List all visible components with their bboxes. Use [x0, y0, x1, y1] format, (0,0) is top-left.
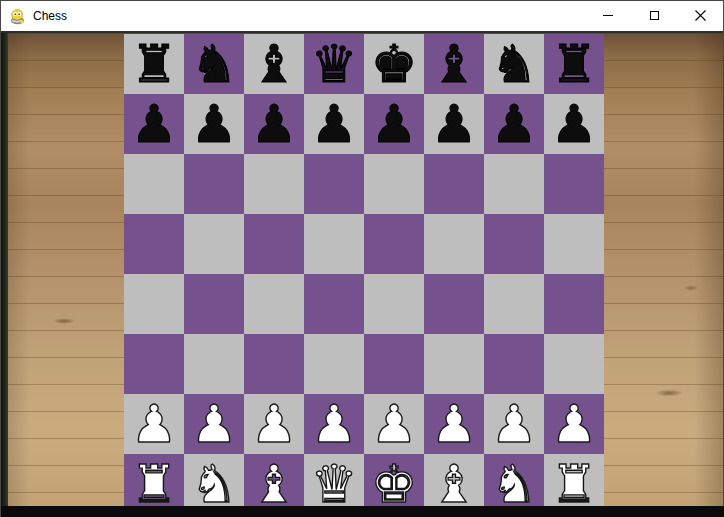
chess-app-window: Chess ♜♞♝♛♚♝♞♜♟♟♟♟♟♟♟♟♟♟♟♟♟♟♟♟♜♞♝♛♚♝♞♜: [0, 0, 724, 517]
square-h3[interactable]: [544, 334, 604, 394]
square-f7[interactable]: ♟: [424, 94, 484, 154]
square-d1[interactable]: ♛: [304, 454, 364, 514]
square-b1[interactable]: ♞: [184, 454, 244, 514]
square-a5[interactable]: [124, 214, 184, 274]
square-f4[interactable]: [424, 274, 484, 334]
square-h1[interactable]: ♜: [544, 454, 604, 514]
square-g1[interactable]: ♞: [484, 454, 544, 514]
black-bishop: ♝: [431, 34, 478, 94]
left-edge-shadow: [1, 33, 8, 506]
white-knight: ♞: [491, 454, 538, 514]
square-d8[interactable]: ♛: [304, 34, 364, 94]
square-f2[interactable]: ♟: [424, 394, 484, 454]
white-pawn: ♟: [311, 394, 358, 454]
square-g4[interactable]: [484, 274, 544, 334]
square-h7[interactable]: ♟: [544, 94, 604, 154]
square-f5[interactable]: [424, 214, 484, 274]
square-c1[interactable]: ♝: [244, 454, 304, 514]
square-e3[interactable]: [364, 334, 424, 394]
square-c8[interactable]: ♝: [244, 34, 304, 94]
black-pawn: ♟: [191, 94, 238, 154]
square-b2[interactable]: ♟: [184, 394, 244, 454]
square-g7[interactable]: ♟: [484, 94, 544, 154]
chess-board: ♜♞♝♛♚♝♞♜♟♟♟♟♟♟♟♟♟♟♟♟♟♟♟♟♜♞♝♛♚♝♞♜: [124, 34, 604, 514]
title-bar: Chess: [1, 1, 723, 31]
close-button[interactable]: [677, 1, 723, 30]
square-c5[interactable]: [244, 214, 304, 274]
square-h8[interactable]: ♜: [544, 34, 604, 94]
square-a6[interactable]: [124, 154, 184, 214]
white-pawn: ♟: [371, 394, 418, 454]
pygame-icon: [9, 8, 26, 25]
square-g5[interactable]: [484, 214, 544, 274]
square-c2[interactable]: ♟: [244, 394, 304, 454]
white-pawn: ♟: [251, 394, 298, 454]
square-e8[interactable]: ♚: [364, 34, 424, 94]
square-a2[interactable]: ♟: [124, 394, 184, 454]
square-h6[interactable]: [544, 154, 604, 214]
black-bishop: ♝: [251, 34, 298, 94]
black-rook: ♜: [131, 34, 178, 94]
black-pawn: ♟: [251, 94, 298, 154]
window-title: Chess: [33, 9, 585, 23]
square-e5[interactable]: [364, 214, 424, 274]
square-b4[interactable]: [184, 274, 244, 334]
maximize-icon: [650, 11, 659, 20]
maximize-button[interactable]: [631, 1, 677, 30]
square-b5[interactable]: [184, 214, 244, 274]
black-knight: ♞: [191, 34, 238, 94]
white-bishop: ♝: [251, 454, 298, 514]
white-rook: ♜: [131, 454, 178, 514]
square-f6[interactable]: [424, 154, 484, 214]
black-pawn: ♟: [491, 94, 538, 154]
square-b6[interactable]: [184, 154, 244, 214]
white-pawn: ♟: [491, 394, 538, 454]
white-pawn: ♟: [551, 394, 598, 454]
square-b3[interactable]: [184, 334, 244, 394]
black-pawn: ♟: [431, 94, 478, 154]
square-f3[interactable]: [424, 334, 484, 394]
white-pawn: ♟: [431, 394, 478, 454]
square-e6[interactable]: [364, 154, 424, 214]
square-a4[interactable]: [124, 274, 184, 334]
white-king: ♚: [371, 454, 418, 514]
square-c7[interactable]: ♟: [244, 94, 304, 154]
square-d2[interactable]: ♟: [304, 394, 364, 454]
square-e7[interactable]: ♟: [364, 94, 424, 154]
square-h4[interactable]: [544, 274, 604, 334]
white-pawn: ♟: [131, 394, 178, 454]
square-d7[interactable]: ♟: [304, 94, 364, 154]
close-icon: [695, 10, 706, 21]
square-h5[interactable]: [544, 214, 604, 274]
square-f1[interactable]: ♝: [424, 454, 484, 514]
minimize-icon: [603, 15, 613, 16]
square-d5[interactable]: [304, 214, 364, 274]
black-pawn: ♟: [131, 94, 178, 154]
black-queen: ♛: [311, 34, 358, 94]
square-a1[interactable]: ♜: [124, 454, 184, 514]
black-pawn: ♟: [311, 94, 358, 154]
square-g2[interactable]: ♟: [484, 394, 544, 454]
square-d6[interactable]: [304, 154, 364, 214]
square-f8[interactable]: ♝: [424, 34, 484, 94]
white-bishop: ♝: [431, 454, 478, 514]
square-h2[interactable]: ♟: [544, 394, 604, 454]
square-g6[interactable]: [484, 154, 544, 214]
black-knight: ♞: [491, 34, 538, 94]
white-pawn: ♟: [191, 394, 238, 454]
minimize-button[interactable]: [585, 1, 631, 30]
square-d3[interactable]: [304, 334, 364, 394]
square-b8[interactable]: ♞: [184, 34, 244, 94]
square-g8[interactable]: ♞: [484, 34, 544, 94]
square-e4[interactable]: [364, 274, 424, 334]
black-king: ♚: [371, 34, 418, 94]
square-e2[interactable]: ♟: [364, 394, 424, 454]
window-controls: [585, 1, 723, 31]
square-d4[interactable]: [304, 274, 364, 334]
square-c6[interactable]: [244, 154, 304, 214]
square-a8[interactable]: ♜: [124, 34, 184, 94]
square-a7[interactable]: ♟: [124, 94, 184, 154]
square-c3[interactable]: [244, 334, 304, 394]
white-knight: ♞: [191, 454, 238, 514]
square-c4[interactable]: [244, 274, 304, 334]
square-a3[interactable]: [124, 334, 184, 394]
white-queen: ♛: [311, 454, 358, 514]
square-b7[interactable]: ♟: [184, 94, 244, 154]
black-pawn: ♟: [551, 94, 598, 154]
square-e1[interactable]: ♚: [364, 454, 424, 514]
black-pawn: ♟: [371, 94, 418, 154]
white-rook: ♜: [551, 454, 598, 514]
square-g3[interactable]: [484, 334, 544, 394]
bottom-black-strip: [1, 506, 724, 517]
black-rook: ♜: [551, 34, 598, 94]
